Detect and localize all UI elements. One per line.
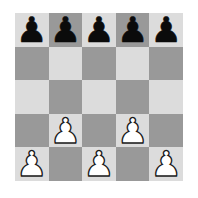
board-square[interactable]: ♟ — [49, 13, 83, 47]
page-background: { "game": "chess (5x5 pawns-only diagram… — [0, 0, 198, 198]
board-square[interactable]: ♟ — [15, 13, 49, 47]
piece-black-pawn: ♟ — [83, 14, 114, 48]
piece-white-pawn: ♟ — [150, 148, 181, 182]
board-square[interactable] — [149, 47, 183, 81]
chessboard: ♟♟♟♟♟♟♟♟♟♟ — [15, 13, 183, 181]
board-square[interactable] — [116, 47, 150, 81]
piece-black-pawn: ♟ — [16, 14, 47, 48]
piece-white-pawn: ♟ — [50, 114, 81, 148]
piece-black-pawn: ♟ — [150, 14, 181, 48]
piece-black-pawn: ♟ — [117, 14, 148, 48]
board-square[interactable] — [116, 80, 150, 114]
piece-white-pawn: ♟ — [83, 148, 114, 182]
piece-white-pawn: ♟ — [16, 148, 47, 182]
diagram-canvas: ♟♟♟♟♟♟♟♟♟♟ — [0, 0, 198, 198]
board-square[interactable] — [15, 114, 49, 148]
board-square[interactable]: ♟ — [15, 147, 49, 181]
piece-white-pawn: ♟ — [117, 114, 148, 148]
board-square[interactable] — [149, 80, 183, 114]
piece-black-pawn: ♟ — [50, 14, 81, 48]
board-square[interactable]: ♟ — [82, 13, 116, 47]
board-square[interactable] — [82, 80, 116, 114]
board-square[interactable] — [49, 47, 83, 81]
board-square[interactable]: ♟ — [149, 147, 183, 181]
board-square[interactable] — [15, 47, 49, 81]
board-square[interactable] — [82, 114, 116, 148]
board-square[interactable] — [49, 147, 83, 181]
board-square[interactable] — [116, 147, 150, 181]
board-square[interactable] — [49, 80, 83, 114]
board-square[interactable]: ♟ — [49, 114, 83, 148]
board-square[interactable]: ♟ — [116, 114, 150, 148]
board-square[interactable]: ♟ — [82, 147, 116, 181]
board-square[interactable] — [149, 114, 183, 148]
board-square[interactable] — [82, 47, 116, 81]
board-square[interactable]: ♟ — [149, 13, 183, 47]
board-square[interactable] — [15, 80, 49, 114]
board-square[interactable]: ♟ — [116, 13, 150, 47]
